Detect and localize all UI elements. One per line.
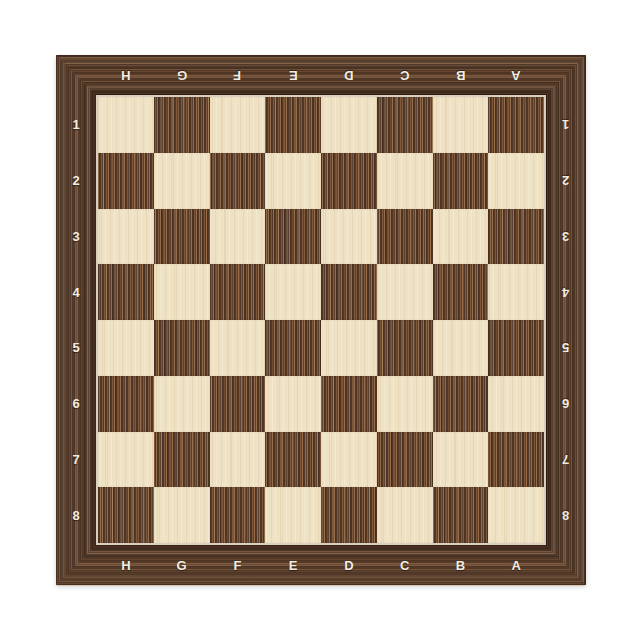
square-f8[interactable] bbox=[210, 487, 266, 543]
square-e6[interactable] bbox=[265, 376, 321, 432]
square-c6[interactable] bbox=[377, 376, 433, 432]
rank-label-left-7: 7 bbox=[56, 432, 96, 488]
file-labels-bottom: HGFEDCBA bbox=[98, 545, 544, 585]
square-e2[interactable] bbox=[265, 153, 321, 209]
rank-label-right-6: 6 bbox=[546, 376, 586, 432]
file-label-top-f: F bbox=[210, 55, 266, 95]
rank-label-left-8: 8 bbox=[56, 487, 96, 543]
square-g5[interactable] bbox=[154, 320, 210, 376]
square-a2[interactable] bbox=[488, 153, 544, 209]
square-e4[interactable] bbox=[265, 264, 321, 320]
frame-top bbox=[56, 55, 586, 97]
square-b6[interactable] bbox=[433, 376, 489, 432]
file-label-bottom-h: H bbox=[98, 545, 154, 585]
square-g6[interactable] bbox=[154, 376, 210, 432]
square-b4[interactable] bbox=[433, 264, 489, 320]
square-c5[interactable] bbox=[377, 320, 433, 376]
square-b8[interactable] bbox=[433, 487, 489, 543]
rank-label-right-4: 4 bbox=[546, 264, 586, 320]
rank-label-left-4: 4 bbox=[56, 264, 96, 320]
square-a1[interactable] bbox=[488, 97, 544, 153]
square-f7[interactable] bbox=[210, 432, 266, 488]
frame-right bbox=[544, 55, 586, 585]
rank-label-right-2: 2 bbox=[546, 153, 586, 209]
square-h5[interactable] bbox=[98, 320, 154, 376]
rank-label-right-5: 5 bbox=[546, 320, 586, 376]
square-d1[interactable] bbox=[321, 97, 377, 153]
file-label-bottom-d: D bbox=[321, 545, 377, 585]
file-label-bottom-a: A bbox=[488, 545, 544, 585]
photo-background: HGFEDCBA HGFEDCBA 12345678 12345678 bbox=[0, 0, 640, 640]
square-h6[interactable] bbox=[98, 376, 154, 432]
square-g7[interactable] bbox=[154, 432, 210, 488]
square-f2[interactable] bbox=[210, 153, 266, 209]
rank-label-right-7: 7 bbox=[546, 432, 586, 488]
square-d2[interactable] bbox=[321, 153, 377, 209]
rank-label-left-5: 5 bbox=[56, 320, 96, 376]
square-f6[interactable] bbox=[210, 376, 266, 432]
file-label-top-g: G bbox=[154, 55, 210, 95]
square-a3[interactable] bbox=[488, 209, 544, 265]
file-label-top-d: D bbox=[321, 55, 377, 95]
square-g2[interactable] bbox=[154, 153, 210, 209]
square-b2[interactable] bbox=[433, 153, 489, 209]
square-f4[interactable] bbox=[210, 264, 266, 320]
square-d7[interactable] bbox=[321, 432, 377, 488]
square-d3[interactable] bbox=[321, 209, 377, 265]
file-label-bottom-b: B bbox=[433, 545, 489, 585]
square-e1[interactable] bbox=[265, 97, 321, 153]
frame-bottom bbox=[56, 543, 586, 585]
square-f3[interactable] bbox=[210, 209, 266, 265]
square-b3[interactable] bbox=[433, 209, 489, 265]
square-a8[interactable] bbox=[488, 487, 544, 543]
square-a4[interactable] bbox=[488, 264, 544, 320]
square-h8[interactable] bbox=[98, 487, 154, 543]
square-c8[interactable] bbox=[377, 487, 433, 543]
square-f5[interactable] bbox=[210, 320, 266, 376]
rank-label-left-2: 2 bbox=[56, 153, 96, 209]
square-a5[interactable] bbox=[488, 320, 544, 376]
rank-label-left-3: 3 bbox=[56, 209, 96, 265]
square-e5[interactable] bbox=[265, 320, 321, 376]
file-label-top-b: B bbox=[433, 55, 489, 95]
square-g4[interactable] bbox=[154, 264, 210, 320]
file-label-bottom-c: C bbox=[377, 545, 433, 585]
file-label-top-h: H bbox=[98, 55, 154, 95]
square-e8[interactable] bbox=[265, 487, 321, 543]
rank-label-right-1: 1 bbox=[546, 97, 586, 153]
square-h2[interactable] bbox=[98, 153, 154, 209]
board-grid bbox=[98, 97, 544, 543]
file-labels-top: HGFEDCBA bbox=[98, 55, 544, 95]
rank-label-left-1: 1 bbox=[56, 97, 96, 153]
square-d5[interactable] bbox=[321, 320, 377, 376]
square-e7[interactable] bbox=[265, 432, 321, 488]
square-b5[interactable] bbox=[433, 320, 489, 376]
file-label-bottom-g: G bbox=[154, 545, 210, 585]
square-c1[interactable] bbox=[377, 97, 433, 153]
rank-labels-right: 12345678 bbox=[546, 97, 586, 543]
frame-left bbox=[56, 55, 98, 585]
square-b1[interactable] bbox=[433, 97, 489, 153]
rank-label-right-3: 3 bbox=[546, 209, 586, 265]
square-d6[interactable] bbox=[321, 376, 377, 432]
square-c3[interactable] bbox=[377, 209, 433, 265]
rank-labels-left: 12345678 bbox=[56, 97, 96, 543]
square-g3[interactable] bbox=[154, 209, 210, 265]
square-c4[interactable] bbox=[377, 264, 433, 320]
square-h7[interactable] bbox=[98, 432, 154, 488]
square-h3[interactable] bbox=[98, 209, 154, 265]
square-c2[interactable] bbox=[377, 153, 433, 209]
playing-field-border bbox=[96, 95, 546, 545]
square-h1[interactable] bbox=[98, 97, 154, 153]
square-c7[interactable] bbox=[377, 432, 433, 488]
square-h4[interactable] bbox=[98, 264, 154, 320]
square-d4[interactable] bbox=[321, 264, 377, 320]
square-b7[interactable] bbox=[433, 432, 489, 488]
square-a6[interactable] bbox=[488, 376, 544, 432]
file-label-top-a: A bbox=[488, 55, 544, 95]
square-g8[interactable] bbox=[154, 487, 210, 543]
file-label-bottom-e: E bbox=[265, 545, 321, 585]
file-label-top-c: C bbox=[377, 55, 433, 95]
rank-label-left-6: 6 bbox=[56, 376, 96, 432]
chessboard: HGFEDCBA HGFEDCBA 12345678 12345678 bbox=[56, 55, 586, 585]
square-g1[interactable] bbox=[154, 97, 210, 153]
square-d8[interactable] bbox=[321, 487, 377, 543]
square-a7[interactable] bbox=[488, 432, 544, 488]
square-f1[interactable] bbox=[210, 97, 266, 153]
rank-label-right-8: 8 bbox=[546, 487, 586, 543]
file-label-top-e: E bbox=[265, 55, 321, 95]
square-e3[interactable] bbox=[265, 209, 321, 265]
file-label-bottom-f: F bbox=[210, 545, 266, 585]
